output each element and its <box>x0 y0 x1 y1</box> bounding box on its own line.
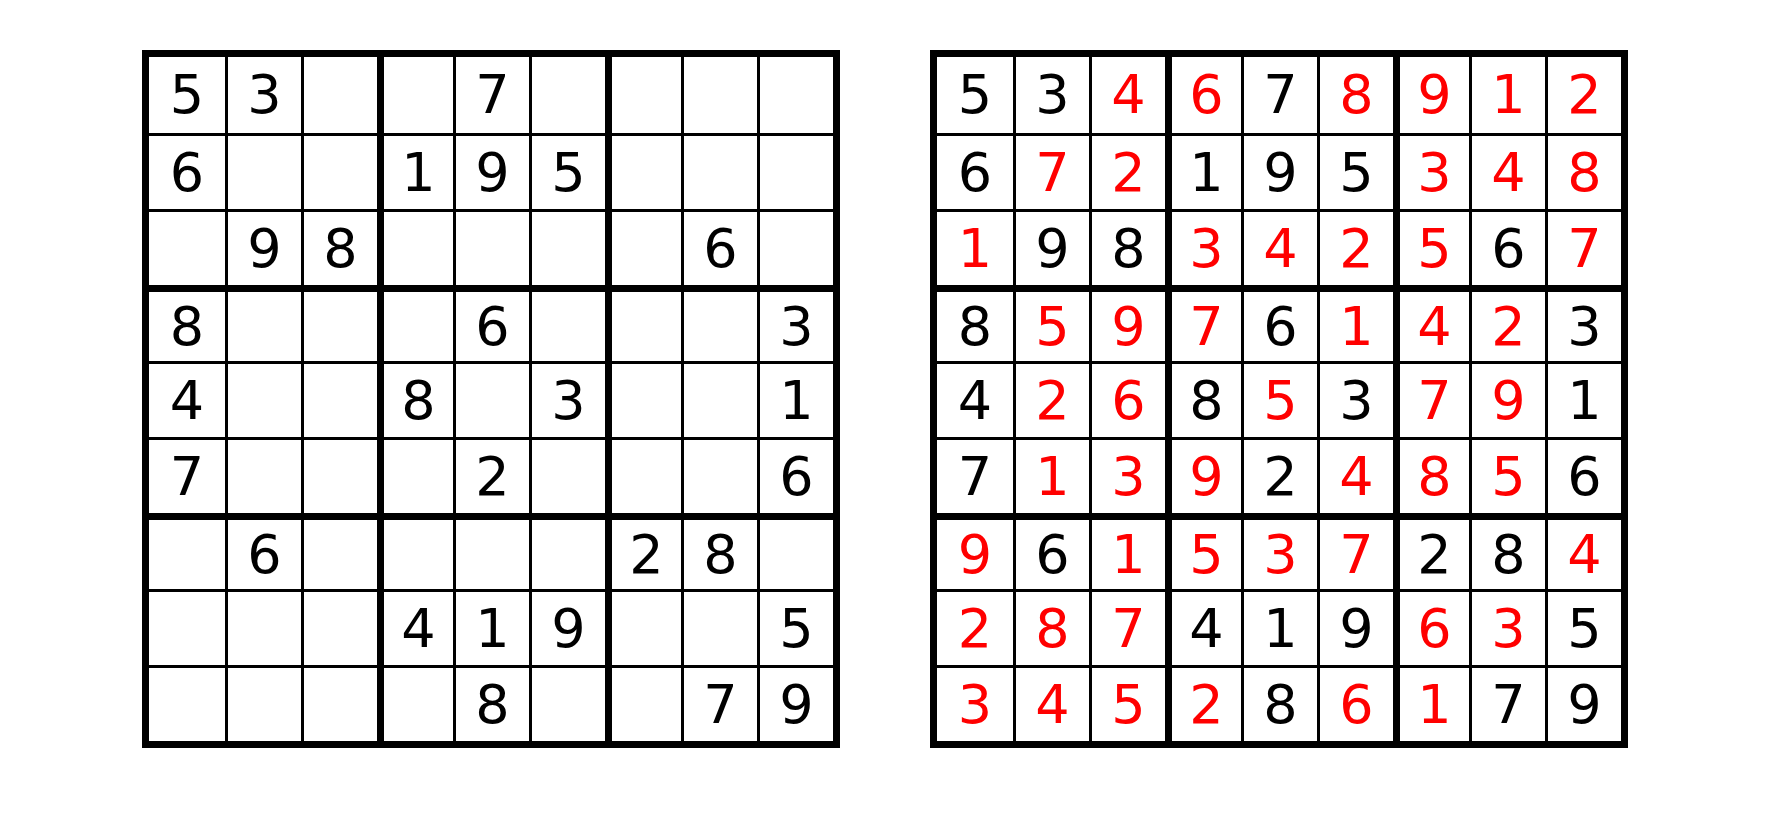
solution-cell-r6c9: 6 <box>1545 437 1621 513</box>
solution-cell-r2c6: 5 <box>1317 133 1393 209</box>
solution-cell-r7c6: 7 <box>1317 513 1393 589</box>
solution-cell-r3c8: 6 <box>1469 209 1545 285</box>
puzzle-cell-r1c3 <box>301 57 377 133</box>
solution-cell-r2c1: 6 <box>937 133 1013 209</box>
puzzle-cell-r6c2 <box>225 437 301 513</box>
solution-cell-r7c9: 4 <box>1545 513 1621 589</box>
puzzle-cell-r6c9: 6 <box>757 437 833 513</box>
solution-cell-r6c7: 8 <box>1393 437 1469 513</box>
solution-cell-r2c4: 1 <box>1165 133 1241 209</box>
solution-cell-r8c4: 4 <box>1165 589 1241 665</box>
puzzle-cell-r6c5: 2 <box>453 437 529 513</box>
solution-cell-r1c7: 9 <box>1393 57 1469 133</box>
puzzle-cell-r1c9 <box>757 57 833 133</box>
solution-cell-r5c1: 4 <box>937 361 1013 437</box>
puzzle-cell-r4c2 <box>225 285 301 361</box>
puzzle-cell-r6c8 <box>681 437 757 513</box>
puzzle-cell-r3c7 <box>605 209 681 285</box>
solution-cell-r4c6: 1 <box>1317 285 1393 361</box>
solution-cell-r1c9: 2 <box>1545 57 1621 133</box>
solution-cell-r2c3: 2 <box>1089 133 1165 209</box>
solution-cell-r6c6: 4 <box>1317 437 1393 513</box>
solution-cell-r9c2: 4 <box>1013 665 1089 741</box>
puzzle-cell-r2c9 <box>757 133 833 209</box>
solution-cell-r7c7: 2 <box>1393 513 1469 589</box>
solution-cell-r9c6: 6 <box>1317 665 1393 741</box>
puzzle-cell-r3c5 <box>453 209 529 285</box>
solution-cell-r8c5: 1 <box>1241 589 1317 665</box>
solution-cell-r3c7: 5 <box>1393 209 1469 285</box>
puzzle-cell-r8c6: 9 <box>529 589 605 665</box>
puzzle-cell-r3c1 <box>149 209 225 285</box>
puzzle-cell-r1c8 <box>681 57 757 133</box>
solution-cell-r4c5: 6 <box>1241 285 1317 361</box>
puzzle-cell-r5c2 <box>225 361 301 437</box>
solution-cell-r1c8: 1 <box>1469 57 1545 133</box>
puzzle-cell-r7c6 <box>529 513 605 589</box>
puzzle-cell-r3c8: 6 <box>681 209 757 285</box>
solution-cell-r1c2: 3 <box>1013 57 1089 133</box>
solution-cell-r7c2: 6 <box>1013 513 1089 589</box>
solution-cell-r2c2: 7 <box>1013 133 1089 209</box>
solution-cell-r4c2: 5 <box>1013 285 1089 361</box>
solution-cell-r1c1: 5 <box>937 57 1013 133</box>
solution-cell-r7c4: 5 <box>1165 513 1241 589</box>
solution-cell-r5c5: 5 <box>1241 361 1317 437</box>
solution-cell-r8c7: 6 <box>1393 589 1469 665</box>
solution-cell-r9c7: 1 <box>1393 665 1469 741</box>
puzzle-cell-r5c3 <box>301 361 377 437</box>
solution-cell-r2c9: 8 <box>1545 133 1621 209</box>
solution-cell-r3c4: 3 <box>1165 209 1241 285</box>
puzzle-cell-r4c8 <box>681 285 757 361</box>
solution-cell-r5c2: 2 <box>1013 361 1089 437</box>
puzzle-cell-r8c9: 5 <box>757 589 833 665</box>
solution-cell-r9c8: 7 <box>1469 665 1545 741</box>
puzzle-cell-r7c7: 2 <box>605 513 681 589</box>
puzzle-cell-r9c7 <box>605 665 681 741</box>
solution-cell-r4c4: 7 <box>1165 285 1241 361</box>
puzzle-cell-r6c1: 7 <box>149 437 225 513</box>
puzzle-cell-r9c4 <box>377 665 453 741</box>
solution-cell-r8c3: 7 <box>1089 589 1165 665</box>
solution-cell-r2c8: 4 <box>1469 133 1545 209</box>
solution-cell-r6c3: 3 <box>1089 437 1165 513</box>
puzzle-cell-r9c8: 7 <box>681 665 757 741</box>
solution-cell-r9c4: 2 <box>1165 665 1241 741</box>
solution-cell-r1c6: 8 <box>1317 57 1393 133</box>
sudoku-diagram: 537619598686348317266284195879 534678912… <box>0 0 1780 818</box>
puzzle-cell-r2c6: 5 <box>529 133 605 209</box>
puzzle-cell-r8c3 <box>301 589 377 665</box>
solution-cell-r3c3: 8 <box>1089 209 1165 285</box>
solution-cell-r7c3: 1 <box>1089 513 1165 589</box>
solution-cell-r6c5: 2 <box>1241 437 1317 513</box>
puzzle-cell-r8c8 <box>681 589 757 665</box>
puzzle-cell-r2c4: 1 <box>377 133 453 209</box>
puzzle-board: 537619598686348317266284195879 <box>142 50 840 748</box>
puzzle-cell-r4c9: 3 <box>757 285 833 361</box>
puzzle-cell-r6c3 <box>301 437 377 513</box>
puzzle-cell-r6c7 <box>605 437 681 513</box>
solution-cell-r4c3: 9 <box>1089 285 1165 361</box>
solution-cell-r9c3: 5 <box>1089 665 1165 741</box>
puzzle-cell-r8c5: 1 <box>453 589 529 665</box>
puzzle-cell-r5c5 <box>453 361 529 437</box>
solution-cell-r8c9: 5 <box>1545 589 1621 665</box>
puzzle-cell-r4c5: 6 <box>453 285 529 361</box>
puzzle-cell-r5c4: 8 <box>377 361 453 437</box>
puzzle-cell-r4c1: 8 <box>149 285 225 361</box>
solution-cell-r5c3: 6 <box>1089 361 1165 437</box>
puzzle-cell-r6c4 <box>377 437 453 513</box>
puzzle-cell-r6c6 <box>529 437 605 513</box>
solution-cell-r2c5: 9 <box>1241 133 1317 209</box>
solution-cell-r7c5: 3 <box>1241 513 1317 589</box>
puzzle-cell-r5c1: 4 <box>149 361 225 437</box>
solution-cell-r1c5: 7 <box>1241 57 1317 133</box>
solution-cell-r5c4: 8 <box>1165 361 1241 437</box>
puzzle-cell-r3c6 <box>529 209 605 285</box>
puzzle-cell-r2c5: 9 <box>453 133 529 209</box>
solution-cell-r4c1: 8 <box>937 285 1013 361</box>
puzzle-cell-r2c3 <box>301 133 377 209</box>
solution-cell-r6c8: 5 <box>1469 437 1545 513</box>
solution-cell-r3c1: 1 <box>937 209 1013 285</box>
boards-row: 537619598686348317266284195879 534678912… <box>0 0 1780 748</box>
puzzle-cell-r4c7 <box>605 285 681 361</box>
solution-cell-r6c2: 1 <box>1013 437 1089 513</box>
puzzle-cell-r8c1 <box>149 589 225 665</box>
puzzle-cell-r4c4 <box>377 285 453 361</box>
solution-cell-r8c6: 9 <box>1317 589 1393 665</box>
puzzle-cell-r3c2: 9 <box>225 209 301 285</box>
solution-cell-r8c1: 2 <box>937 589 1013 665</box>
puzzle-cell-r2c1: 6 <box>149 133 225 209</box>
puzzle-cell-r1c5: 7 <box>453 57 529 133</box>
solution-cell-r3c9: 7 <box>1545 209 1621 285</box>
puzzle-cell-r1c7 <box>605 57 681 133</box>
puzzle-cell-r2c7 <box>605 133 681 209</box>
puzzle-cell-r9c9: 9 <box>757 665 833 741</box>
solution-cell-r6c4: 9 <box>1165 437 1241 513</box>
puzzle-cell-r7c8: 8 <box>681 513 757 589</box>
solution-cell-r1c3: 4 <box>1089 57 1165 133</box>
puzzle-cell-r7c1 <box>149 513 225 589</box>
puzzle-cell-r2c8 <box>681 133 757 209</box>
solution-cell-r5c9: 1 <box>1545 361 1621 437</box>
solution-cell-r8c8: 3 <box>1469 589 1545 665</box>
solution-cell-r8c2: 8 <box>1013 589 1089 665</box>
solution-cell-r9c1: 3 <box>937 665 1013 741</box>
solution-cell-r7c1: 9 <box>937 513 1013 589</box>
solution-cell-r4c7: 4 <box>1393 285 1469 361</box>
solution-cell-r5c6: 3 <box>1317 361 1393 437</box>
puzzle-cell-r4c6 <box>529 285 605 361</box>
puzzle-cell-r7c9 <box>757 513 833 589</box>
solution-cell-r9c9: 9 <box>1545 665 1621 741</box>
puzzle-cell-r8c7 <box>605 589 681 665</box>
puzzle-cell-r9c6 <box>529 665 605 741</box>
solution-cell-r5c8: 9 <box>1469 361 1545 437</box>
puzzle-cell-r5c9: 1 <box>757 361 833 437</box>
solution-cell-r3c6: 2 <box>1317 209 1393 285</box>
puzzle-cell-r8c2 <box>225 589 301 665</box>
solution-cell-r2c7: 3 <box>1393 133 1469 209</box>
puzzle-cell-r9c3 <box>301 665 377 741</box>
solution-cell-r3c2: 9 <box>1013 209 1089 285</box>
solution-cell-r4c8: 2 <box>1469 285 1545 361</box>
solution-cell-r1c4: 6 <box>1165 57 1241 133</box>
solution-cell-r3c5: 4 <box>1241 209 1317 285</box>
solution-cell-r7c8: 8 <box>1469 513 1545 589</box>
puzzle-cell-r7c2: 6 <box>225 513 301 589</box>
puzzle-cell-r1c6 <box>529 57 605 133</box>
solution-cell-r4c9: 3 <box>1545 285 1621 361</box>
puzzle-cell-r8c4: 4 <box>377 589 453 665</box>
solution-cell-r5c7: 7 <box>1393 361 1469 437</box>
solution-board: 5346789126721953481983425678597614234268… <box>930 50 1628 748</box>
puzzle-cell-r1c1: 5 <box>149 57 225 133</box>
puzzle-cell-r2c2 <box>225 133 301 209</box>
puzzle-cell-r7c5 <box>453 513 529 589</box>
puzzle-cell-r9c2 <box>225 665 301 741</box>
puzzle-cell-r4c3 <box>301 285 377 361</box>
puzzle-cell-r5c8 <box>681 361 757 437</box>
solution-cell-r9c5: 8 <box>1241 665 1317 741</box>
puzzle-cell-r5c6: 3 <box>529 361 605 437</box>
puzzle-cell-r5c7 <box>605 361 681 437</box>
puzzle-cell-r3c4 <box>377 209 453 285</box>
puzzle-cell-r7c4 <box>377 513 453 589</box>
solution-cell-r6c1: 7 <box>937 437 1013 513</box>
puzzle-cell-r9c5: 8 <box>453 665 529 741</box>
puzzle-cell-r1c2: 3 <box>225 57 301 133</box>
puzzle-cell-r3c3: 8 <box>301 209 377 285</box>
puzzle-cell-r7c3 <box>301 513 377 589</box>
puzzle-cell-r9c1 <box>149 665 225 741</box>
puzzle-cell-r3c9 <box>757 209 833 285</box>
puzzle-cell-r1c4 <box>377 57 453 133</box>
